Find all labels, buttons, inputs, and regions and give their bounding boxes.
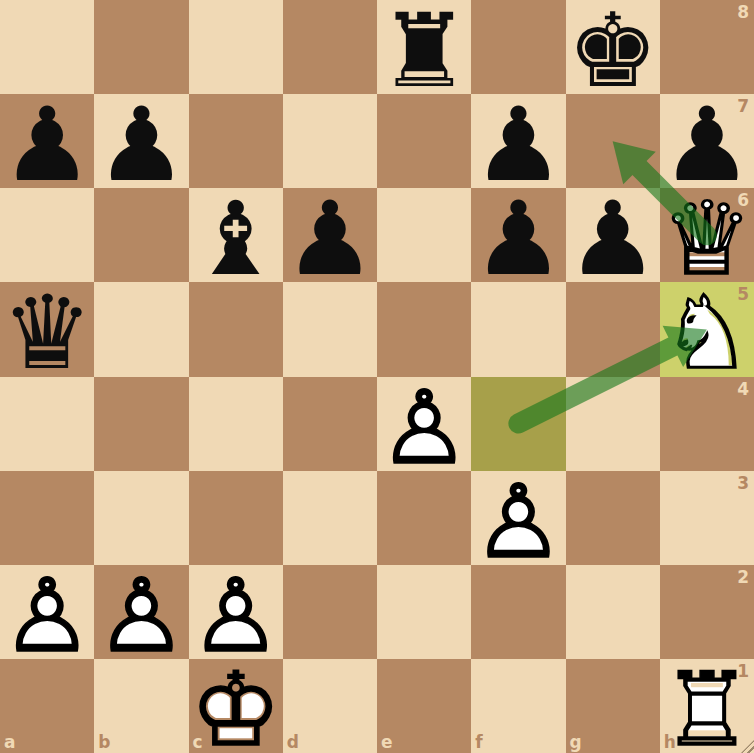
king-glyph-outline: ♔ <box>190 659 281 753</box>
square-d6[interactable]: ♟ <box>283 188 377 282</box>
white-pawn[interactable]: ♟♙ <box>471 471 565 565</box>
black-pawn[interactable]: ♟ <box>0 94 94 188</box>
square-g6[interactable]: ♟ <box>566 188 660 282</box>
black-rook[interactable]: ♜ <box>377 0 471 94</box>
square-b3[interactable] <box>94 471 188 565</box>
square-c6[interactable]: ♝ <box>189 188 283 282</box>
rook-glyph: ♜ <box>378 0 469 102</box>
square-c1[interactable]: c♚♔ <box>189 659 283 753</box>
square-c7[interactable] <box>189 94 283 188</box>
pawn-glyph-outline: ♙ <box>473 471 564 573</box>
pawn-glyph-outline: ♙ <box>190 565 281 667</box>
square-e8[interactable]: ♜ <box>377 0 471 94</box>
square-b6[interactable] <box>94 188 188 282</box>
black-pawn[interactable]: ♟ <box>566 188 660 282</box>
square-f2[interactable] <box>471 565 565 659</box>
square-a6[interactable] <box>0 188 94 282</box>
square-a7[interactable]: ♟ <box>0 94 94 188</box>
square-g4[interactable] <box>566 377 660 471</box>
pawn-glyph: ♟ <box>1 94 92 196</box>
square-b5[interactable] <box>94 282 188 376</box>
square-f5[interactable] <box>471 282 565 376</box>
bishop-glyph: ♝ <box>190 188 281 290</box>
pawn-glyph-outline: ♙ <box>96 565 187 667</box>
square-d2[interactable] <box>283 565 377 659</box>
black-bishop[interactable]: ♝ <box>189 188 283 282</box>
white-pawn[interactable]: ♟♙ <box>0 565 94 659</box>
rank-label-5: 5 <box>737 284 749 304</box>
square-a1[interactable]: a <box>0 659 94 753</box>
square-g1[interactable]: g <box>566 659 660 753</box>
pawn-glyph-fill: ♟ <box>378 377 469 479</box>
black-pawn[interactable]: ♟ <box>94 94 188 188</box>
square-h6[interactable]: 6♛♕ <box>660 188 754 282</box>
file-label-c: c <box>193 732 203 752</box>
king-glyph-fill: ♚ <box>190 659 281 753</box>
square-d4[interactable] <box>283 377 377 471</box>
square-h3[interactable]: 3 <box>660 471 754 565</box>
square-a4[interactable] <box>0 377 94 471</box>
square-b2[interactable]: ♟♙ <box>94 565 188 659</box>
rank-label-8: 8 <box>737 2 749 22</box>
square-h7[interactable]: 7♟ <box>660 94 754 188</box>
square-g3[interactable] <box>566 471 660 565</box>
square-d7[interactable] <box>283 94 377 188</box>
pawn-glyph-fill: ♟ <box>96 565 187 667</box>
square-e3[interactable] <box>377 471 471 565</box>
rank-label-4: 4 <box>737 379 749 399</box>
black-pawn[interactable]: ♟ <box>471 94 565 188</box>
square-e1[interactable]: e <box>377 659 471 753</box>
square-c3[interactable] <box>189 471 283 565</box>
pawn-glyph: ♟ <box>284 188 375 290</box>
pawn-glyph-fill: ♟ <box>190 565 281 667</box>
square-d1[interactable]: d <box>283 659 377 753</box>
square-b8[interactable] <box>94 0 188 94</box>
square-a2[interactable]: ♟♙ <box>0 565 94 659</box>
square-b7[interactable]: ♟ <box>94 94 188 188</box>
file-label-f: f <box>475 732 482 752</box>
square-e7[interactable] <box>377 94 471 188</box>
square-h5[interactable]: 5♞♘ <box>660 282 754 376</box>
square-a3[interactable] <box>0 471 94 565</box>
square-f3[interactable]: ♟♙ <box>471 471 565 565</box>
square-c4[interactable] <box>189 377 283 471</box>
pawn-glyph: ♟ <box>567 188 658 290</box>
rank-label-6: 6 <box>737 190 749 210</box>
square-h8[interactable]: 8 <box>660 0 754 94</box>
square-c5[interactable] <box>189 282 283 376</box>
white-pawn[interactable]: ♟♙ <box>377 377 471 471</box>
square-b1[interactable]: b <box>94 659 188 753</box>
pawn-glyph: ♟ <box>473 188 564 290</box>
pawn-glyph-fill: ♟ <box>1 565 92 667</box>
black-pawn[interactable]: ♟ <box>471 188 565 282</box>
white-king[interactable]: ♚♔ <box>189 659 283 753</box>
square-f7[interactable]: ♟ <box>471 94 565 188</box>
file-label-d: d <box>287 732 299 752</box>
rank-label-1: 1 <box>737 661 749 681</box>
square-a5[interactable]: ♛ <box>0 282 94 376</box>
file-label-a: a <box>4 732 15 752</box>
chess-board: ♜♚8♟♟♟7♟♝♟♟♟6♛♕♛5♞♘♟♙4♟♙3♟♙♟♙♟♙2abc♚♔def… <box>0 0 754 753</box>
square-g5[interactable] <box>566 282 660 376</box>
square-a8[interactable] <box>0 0 94 94</box>
square-c8[interactable] <box>189 0 283 94</box>
white-pawn[interactable]: ♟♙ <box>189 565 283 659</box>
pawn-glyph-outline: ♙ <box>1 565 92 667</box>
square-g2[interactable] <box>566 565 660 659</box>
square-e6[interactable] <box>377 188 471 282</box>
square-f8[interactable] <box>471 0 565 94</box>
queen-glyph: ♛ <box>1 282 92 384</box>
square-h4[interactable]: 4 <box>660 377 754 471</box>
square-f4[interactable] <box>471 377 565 471</box>
king-glyph: ♚ <box>567 0 658 102</box>
rank-label-2: 2 <box>737 567 749 587</box>
pawn-glyph-outline: ♙ <box>378 377 469 479</box>
rank-label-3: 3 <box>737 473 749 493</box>
black-pawn[interactable]: ♟ <box>283 188 377 282</box>
square-g7[interactable] <box>566 94 660 188</box>
square-h2[interactable]: 2 <box>660 565 754 659</box>
square-f1[interactable]: f <box>471 659 565 753</box>
black-king[interactable]: ♚ <box>566 0 660 94</box>
square-b4[interactable] <box>94 377 188 471</box>
square-d8[interactable] <box>283 0 377 94</box>
square-c2[interactable]: ♟♙ <box>189 565 283 659</box>
file-label-b: b <box>98 732 110 752</box>
white-pawn[interactable]: ♟♙ <box>94 565 188 659</box>
black-queen[interactable]: ♛ <box>0 282 94 376</box>
file-label-h: h <box>664 732 676 752</box>
square-e5[interactable] <box>377 282 471 376</box>
square-d5[interactable] <box>283 282 377 376</box>
rank-label-7: 7 <box>737 96 749 116</box>
square-e2[interactable] <box>377 565 471 659</box>
square-d3[interactable] <box>283 471 377 565</box>
pawn-glyph: ♟ <box>96 94 187 196</box>
pawn-glyph-fill: ♟ <box>473 471 564 573</box>
square-f6[interactable]: ♟ <box>471 188 565 282</box>
square-g8[interactable]: ♚ <box>566 0 660 94</box>
square-e4[interactable]: ♟♙ <box>377 377 471 471</box>
square-h1[interactable]: 1h♜♖ <box>660 659 754 753</box>
file-label-g: g <box>570 732 582 752</box>
pawn-glyph: ♟ <box>473 94 564 196</box>
file-label-e: e <box>381 732 393 752</box>
